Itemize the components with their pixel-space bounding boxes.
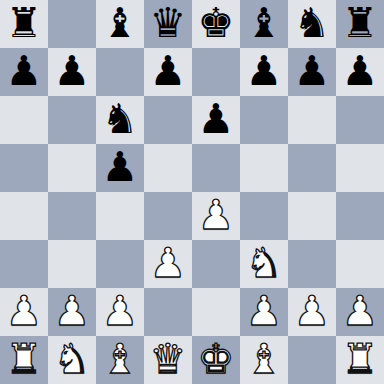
square-c3[interactable] xyxy=(96,240,144,288)
square-d2[interactable] xyxy=(144,288,192,336)
white-pawn-h2[interactable]: ♟ xyxy=(342,288,379,335)
black-pawn-e6[interactable]: ♟ xyxy=(198,96,235,143)
square-b8[interactable] xyxy=(48,0,96,48)
square-h3[interactable] xyxy=(336,240,384,288)
square-c2[interactable]: ♟ xyxy=(96,288,144,336)
square-f1[interactable]: ♝ xyxy=(240,336,288,384)
square-g6[interactable] xyxy=(288,96,336,144)
square-f2[interactable]: ♟ xyxy=(240,288,288,336)
square-a3[interactable] xyxy=(0,240,48,288)
square-b1[interactable]: ♞ xyxy=(48,336,96,384)
square-b4[interactable] xyxy=(48,192,96,240)
white-bishop-f1[interactable]: ♝ xyxy=(246,336,283,383)
black-pawn-d7[interactable]: ♟ xyxy=(150,48,187,95)
square-a4[interactable] xyxy=(0,192,48,240)
square-b5[interactable] xyxy=(48,144,96,192)
square-e1[interactable]: ♚ xyxy=(192,336,240,384)
white-pawn-f2[interactable]: ♟ xyxy=(246,288,283,335)
square-c7[interactable] xyxy=(96,48,144,96)
black-bishop-c8[interactable]: ♝ xyxy=(102,0,139,47)
square-f4[interactable] xyxy=(240,192,288,240)
square-h1[interactable]: ♜ xyxy=(336,336,384,384)
square-g5[interactable] xyxy=(288,144,336,192)
square-c8[interactable]: ♝ xyxy=(96,0,144,48)
square-h4[interactable] xyxy=(336,192,384,240)
square-h5[interactable] xyxy=(336,144,384,192)
square-f3[interactable]: ♞ xyxy=(240,240,288,288)
white-pawn-c2[interactable]: ♟ xyxy=(102,288,139,335)
square-e3[interactable] xyxy=(192,240,240,288)
square-a1[interactable]: ♜ xyxy=(0,336,48,384)
white-king-e1[interactable]: ♚ xyxy=(198,336,235,383)
black-rook-h8[interactable]: ♜ xyxy=(342,0,379,47)
black-king-e8[interactable]: ♚ xyxy=(198,0,235,47)
black-knight-g8[interactable]: ♞ xyxy=(294,0,331,47)
square-c5[interactable]: ♟ xyxy=(96,144,144,192)
square-d8[interactable]: ♛ xyxy=(144,0,192,48)
square-g4[interactable] xyxy=(288,192,336,240)
square-g7[interactable]: ♟ xyxy=(288,48,336,96)
square-a8[interactable]: ♜ xyxy=(0,0,48,48)
white-pawn-b2[interactable]: ♟ xyxy=(54,288,91,335)
square-c4[interactable] xyxy=(96,192,144,240)
black-pawn-g7[interactable]: ♟ xyxy=(294,48,331,95)
black-pawn-a7[interactable]: ♟ xyxy=(6,48,43,95)
square-g3[interactable] xyxy=(288,240,336,288)
square-a2[interactable]: ♟ xyxy=(0,288,48,336)
square-d1[interactable]: ♛ xyxy=(144,336,192,384)
square-e5[interactable] xyxy=(192,144,240,192)
square-c6[interactable]: ♞ xyxy=(96,96,144,144)
black-queen-d8[interactable]: ♛ xyxy=(150,0,187,47)
square-b3[interactable] xyxy=(48,240,96,288)
chess-board: ♜♝♛♚♝♞♜♟♟♟♟♟♟♞♟♟♟♟♞♟♟♟♟♟♟♜♞♝♛♚♝♜ xyxy=(0,0,384,384)
square-b7[interactable]: ♟ xyxy=(48,48,96,96)
square-e2[interactable] xyxy=(192,288,240,336)
square-h8[interactable]: ♜ xyxy=(336,0,384,48)
square-d7[interactable]: ♟ xyxy=(144,48,192,96)
square-f6[interactable] xyxy=(240,96,288,144)
white-rook-a1[interactable]: ♜ xyxy=(6,336,43,383)
white-pawn-d3[interactable]: ♟ xyxy=(150,240,187,287)
square-h7[interactable]: ♟ xyxy=(336,48,384,96)
square-b6[interactable] xyxy=(48,96,96,144)
white-pawn-g2[interactable]: ♟ xyxy=(294,288,331,335)
square-h2[interactable]: ♟ xyxy=(336,288,384,336)
square-f7[interactable]: ♟ xyxy=(240,48,288,96)
black-pawn-f7[interactable]: ♟ xyxy=(246,48,283,95)
square-f8[interactable]: ♝ xyxy=(240,0,288,48)
white-queen-d1[interactable]: ♛ xyxy=(150,336,187,383)
square-h6[interactable] xyxy=(336,96,384,144)
black-pawn-c5[interactable]: ♟ xyxy=(102,144,139,191)
square-a7[interactable]: ♟ xyxy=(0,48,48,96)
white-pawn-e4[interactable]: ♟ xyxy=(198,192,235,239)
square-d3[interactable]: ♟ xyxy=(144,240,192,288)
square-e4[interactable]: ♟ xyxy=(192,192,240,240)
square-g8[interactable]: ♞ xyxy=(288,0,336,48)
white-rook-h1[interactable]: ♜ xyxy=(342,336,379,383)
square-d5[interactable] xyxy=(144,144,192,192)
black-knight-c6[interactable]: ♞ xyxy=(102,96,139,143)
black-bishop-f8[interactable]: ♝ xyxy=(246,0,283,47)
square-a6[interactable] xyxy=(0,96,48,144)
white-pawn-a2[interactable]: ♟ xyxy=(6,288,43,335)
square-d6[interactable] xyxy=(144,96,192,144)
square-g2[interactable]: ♟ xyxy=(288,288,336,336)
white-knight-f3[interactable]: ♞ xyxy=(246,240,283,287)
square-e6[interactable]: ♟ xyxy=(192,96,240,144)
square-d4[interactable] xyxy=(144,192,192,240)
black-pawn-h7[interactable]: ♟ xyxy=(342,48,379,95)
square-g1[interactable] xyxy=(288,336,336,384)
square-c1[interactable]: ♝ xyxy=(96,336,144,384)
black-rook-a8[interactable]: ♜ xyxy=(6,0,43,47)
white-knight-b1[interactable]: ♞ xyxy=(54,336,91,383)
square-a5[interactable] xyxy=(0,144,48,192)
black-pawn-b7[interactable]: ♟ xyxy=(54,48,91,95)
square-f5[interactable] xyxy=(240,144,288,192)
square-e7[interactable] xyxy=(192,48,240,96)
square-e8[interactable]: ♚ xyxy=(192,0,240,48)
square-b2[interactable]: ♟ xyxy=(48,288,96,336)
white-bishop-c1[interactable]: ♝ xyxy=(102,336,139,383)
